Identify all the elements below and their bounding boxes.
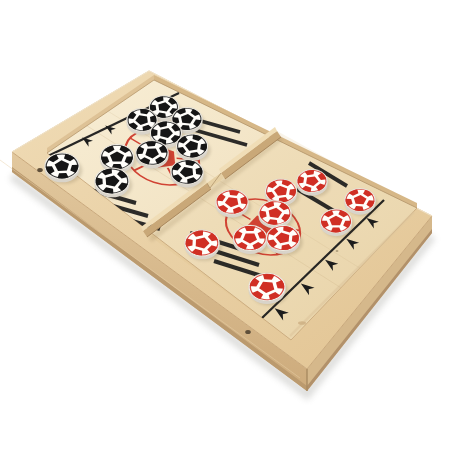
wood-knot xyxy=(298,321,306,325)
product-photo xyxy=(0,0,450,450)
rail-hole xyxy=(37,168,43,172)
sling-puck-board xyxy=(0,0,450,450)
rail-hole xyxy=(245,330,251,334)
